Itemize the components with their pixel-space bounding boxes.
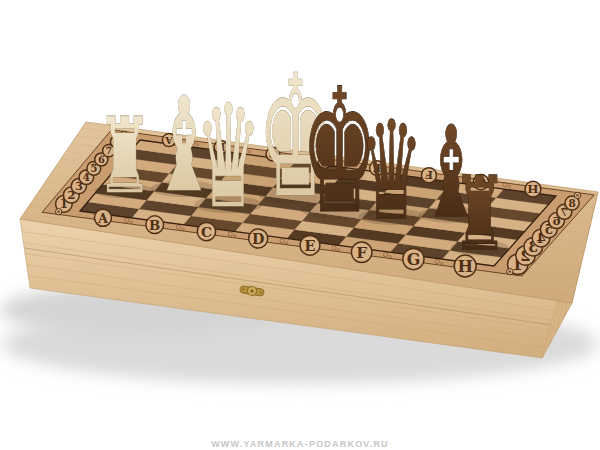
white-queen-piece-c3: ♛ [195, 74, 261, 240]
white-rook-piece-a3: ♜ [97, 95, 153, 216]
chess-set-product-photo: AA11BB22CC33DD44EE55FF66GG77HH88♝♜♚♛♚♝♛♜ [0, 0, 600, 450]
black-queen-piece-f4: ♛ [360, 91, 423, 250]
black-rook-piece-h2: ♜ [452, 155, 507, 274]
coord-back-H: H [525, 181, 541, 197]
svg-text:G: G [407, 250, 421, 269]
svg-text:H: H [527, 182, 538, 196]
photo-svg: AA11BB22CC33DD44EE55FF66GG77HH88♝♜♚♛♚♝♛♜ [0, 0, 600, 450]
watermark-text: WWW.YARMARKA-PODARKOV.RU [0, 439, 600, 449]
coord-front-G: G [403, 248, 424, 269]
svg-text:8: 8 [568, 197, 575, 209]
